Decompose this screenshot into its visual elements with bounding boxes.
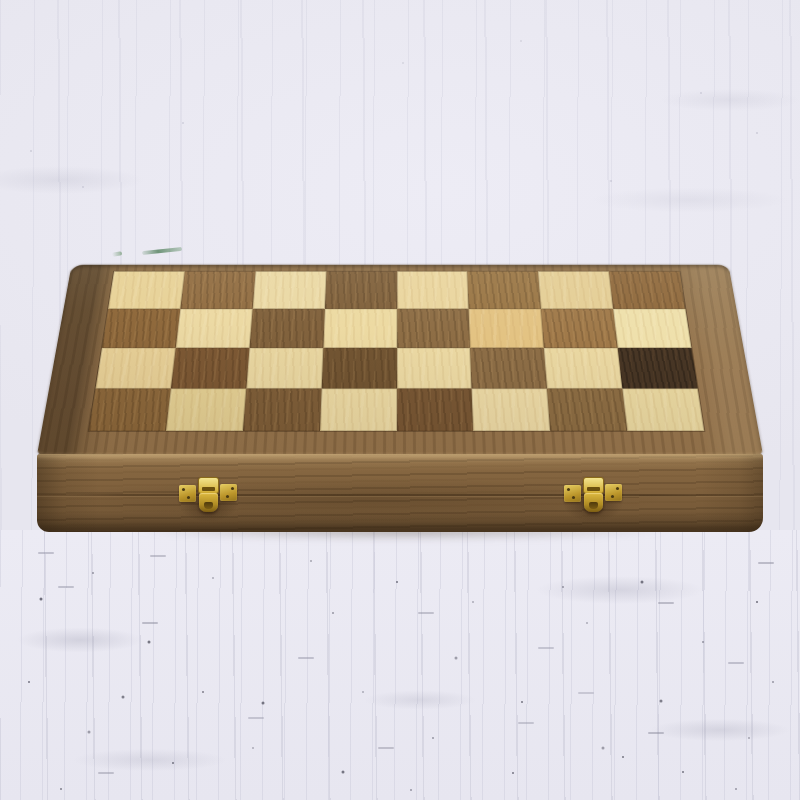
latch-left-plate xyxy=(564,485,581,502)
square-r4-c1 xyxy=(89,389,171,431)
square-r3-c8 xyxy=(618,348,698,389)
square-r4-c5 xyxy=(397,389,474,431)
brass-latch-right xyxy=(564,475,622,517)
square-r4-c2 xyxy=(166,389,246,431)
square-r2-c1 xyxy=(102,309,180,348)
square-r3-c1 xyxy=(95,348,175,389)
square-r4-c8 xyxy=(622,389,704,431)
square-r1-c7 xyxy=(538,271,613,308)
square-r1-c2 xyxy=(180,271,255,308)
square-r3-c5 xyxy=(397,348,472,389)
latch-hook xyxy=(584,493,603,512)
square-r4-c6 xyxy=(472,389,551,431)
latch-right-plate xyxy=(220,484,237,501)
square-r3-c7 xyxy=(544,348,622,389)
square-r3-c6 xyxy=(470,348,547,389)
wall-speck-texture xyxy=(0,0,2,2)
square-r1-c1 xyxy=(108,271,185,308)
background-table-surface xyxy=(0,530,800,800)
square-r4-c4 xyxy=(320,389,397,431)
latch-left-plate xyxy=(179,485,196,502)
square-r2-c3 xyxy=(249,309,324,348)
brass-latch-left xyxy=(179,475,237,517)
square-r1-c8 xyxy=(609,271,685,308)
square-r2-c8 xyxy=(613,309,691,348)
square-r1-c6 xyxy=(468,271,542,308)
lid-edge-highlight xyxy=(37,454,763,459)
chess-board xyxy=(89,271,705,431)
photo-scene xyxy=(0,0,800,800)
latch-loop xyxy=(198,477,219,494)
square-r2-c7 xyxy=(541,309,618,348)
square-r2-c4 xyxy=(323,309,397,348)
surface-scratch-texture xyxy=(0,0,16,2)
square-r2-c2 xyxy=(176,309,253,348)
square-r3-c2 xyxy=(171,348,250,389)
box-front-panel xyxy=(37,454,763,532)
square-r2-c5 xyxy=(397,309,471,348)
square-r4-c3 xyxy=(243,389,322,431)
square-r3-c3 xyxy=(246,348,323,389)
square-r2-c6 xyxy=(469,309,544,348)
latch-right-plate xyxy=(605,484,622,501)
square-r4-c7 xyxy=(547,389,627,431)
board-lid xyxy=(37,265,763,455)
square-r1-c3 xyxy=(252,271,326,308)
square-r1-c5 xyxy=(397,271,469,308)
square-r1-c4 xyxy=(325,271,397,308)
square-r3-c4 xyxy=(321,348,396,389)
lid-base-seam xyxy=(37,494,763,496)
latch-hook xyxy=(199,493,218,512)
latch-loop xyxy=(583,477,604,494)
